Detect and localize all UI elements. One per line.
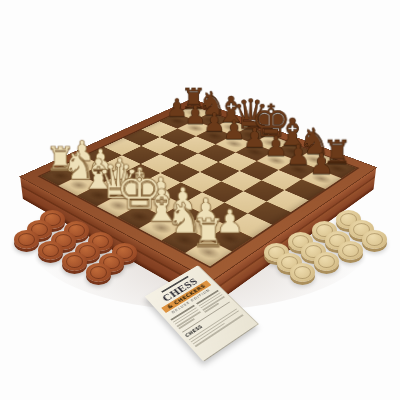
checker-right-12 — [290, 263, 315, 282]
checker-right-10 — [338, 241, 363, 260]
product-photo-stage: ♜♞♝♛♚♝♞♜♟♟♟♟♟♟♟♟♟♟♟♟♟♟♟♟♜♞♝♛♚♝♞♜ CHESS &… — [0, 0, 400, 400]
checker-right-9 — [362, 230, 387, 249]
checker-right-11 — [314, 252, 339, 271]
